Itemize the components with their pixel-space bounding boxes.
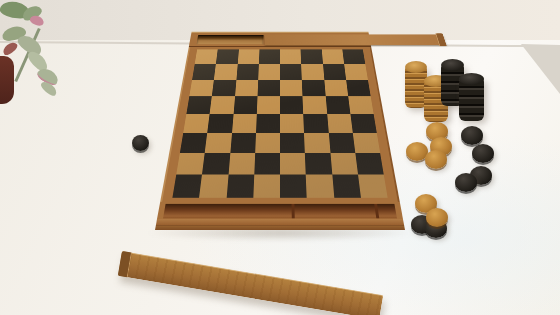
wood-piece[interactable] (426, 208, 448, 227)
black-piece[interactable] (461, 126, 483, 145)
pieces-layer (0, 0, 560, 315)
black-piece[interactable] (132, 135, 149, 151)
wood-piece[interactable] (425, 150, 447, 169)
black-piece[interactable] (472, 144, 494, 163)
scene (0, 0, 560, 315)
black-piece[interactable] (455, 173, 477, 192)
black-piece-stack[interactable] (459, 73, 484, 121)
